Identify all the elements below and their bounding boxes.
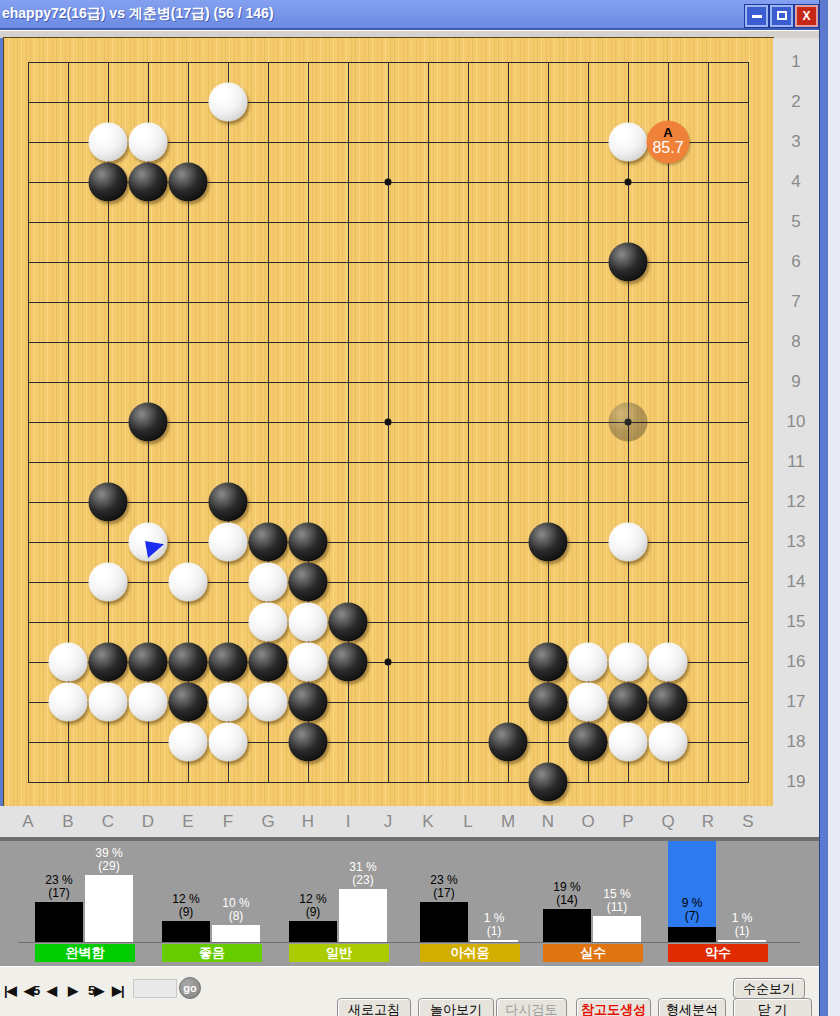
category-label: 악수 [668,944,768,962]
col-label-D: D [142,806,154,837]
col-label-L: L [463,806,472,837]
white-bar-label: 39 % (29) [77,847,141,875]
star-point [385,419,392,426]
white-bar-label: 10 % (8) [204,897,268,925]
black-stone-C12[interactable] [89,483,128,522]
control-bar: |◀◀5◀▶5▶▶| go 수순보기 새로고침놀아보기다시검토참고도생성형세분석… [0,965,819,1016]
black-stone-I16[interactable] [329,643,368,682]
white-bar: 1 % (1) [718,940,766,942]
white-stone-P16[interactable] [609,643,648,682]
black-stone-N13[interactable] [529,523,568,562]
col-label-A: A [22,806,33,837]
white-stone-E14[interactable] [169,563,208,602]
black-bar: 12 % (9) [289,921,337,942]
white-stone-P18[interactable] [609,723,648,762]
black-bar-label: 23 % (17) [412,874,476,902]
white-stone-G15[interactable] [249,603,288,642]
white-stone-H16[interactable] [289,643,328,682]
black-bar: 19 % (14) [543,909,591,942]
grid-line-h [28,462,749,463]
col-label-H: H [302,806,314,837]
row-label-15: 15 [787,612,806,632]
black-stone-E4[interactable] [169,163,208,202]
category-label: 실수 [543,944,643,962]
col-label-O: O [581,806,594,837]
black-stone-G13[interactable] [249,523,288,562]
col-label-Q: Q [661,806,674,837]
title-bar: ehappy72(16급) vs 계춘병(17급) (56 / 146) X [0,0,828,30]
white-bar: 10 % (8) [212,925,260,942]
playback-first-button[interactable]: |◀ [4,983,16,998]
col-label-M: M [501,806,515,837]
category-label: 일반 [289,944,389,962]
row-label-2: 2 [791,92,800,112]
col-label-K: K [422,806,433,837]
row-label-12: 12 [787,492,806,512]
white-stone-P13[interactable] [609,523,648,562]
black-stone-P6[interactable] [609,243,648,282]
move-quality-chart: 23 % (17) 39 % (29)완벽함 12 % (9) 10 % (8)… [0,841,819,965]
grid-line-v [428,62,429,783]
white-stone-C3[interactable] [89,123,128,162]
button-4[interactable]: 형세분석 [658,998,726,1016]
black-stone-N16[interactable] [529,643,568,682]
col-label-E: E [182,806,193,837]
white-stone-C14[interactable] [89,563,128,602]
desktop-background [828,0,840,1016]
button-2[interactable]: 다시검토 [496,998,567,1016]
grid-line-h [28,582,749,583]
white-bar-label: 31 % (23) [331,861,395,889]
col-label-C: C [102,806,114,837]
white-bar: 31 % (23) [339,889,387,942]
black-stone-I15[interactable] [329,603,368,642]
row-label-13: 13 [787,532,806,552]
chart-category-4: 19 % (14) 15 % (11)실수 [543,841,643,965]
white-stone-D3[interactable] [129,123,168,162]
chart-category-0: 23 % (17) 39 % (29)완벽함 [35,841,135,965]
row-label-4: 4 [791,172,800,192]
white-stone-G14[interactable] [249,563,288,602]
black-bar: 23 % (17) [35,902,83,942]
chart-category-3: 23 % (17) 1 % (1)아쉬움 [420,841,520,965]
chart-category-1: 12 % (9) 10 % (8)좋음 [162,841,262,965]
row-label-14: 14 [787,572,806,592]
row-label-18: 18 [787,732,806,752]
white-bar-label: 15 % (11) [585,888,649,916]
grid-line-h [28,622,749,623]
row-coordinates: 12345678910111213141516171819 [773,38,819,806]
white-stone-E18[interactable] [169,723,208,762]
black-bar [668,927,716,942]
row-label-19: 19 [787,772,806,792]
highlight-bar: 9 % (7) [668,841,716,927]
category-label: 아쉬움 [420,944,520,962]
black-stone-C16[interactable] [89,643,128,682]
category-label: 좋음 [162,944,262,962]
col-label-N: N [542,806,554,837]
white-stone-B17[interactable] [49,683,88,722]
white-stone-H15[interactable] [289,603,328,642]
row-label-5: 5 [791,212,800,232]
ghost-stone-P10[interactable] [609,403,648,442]
row-label-9: 9 [791,372,800,392]
black-stone-H13[interactable] [289,523,328,562]
row-label-6: 6 [791,252,800,272]
white-bar: 1 % (1) [470,940,518,942]
close-button[interactable]: X [795,5,818,27]
go-button[interactable]: go [179,977,201,999]
minimize-button[interactable] [745,5,768,27]
suggestion-label: A [647,125,690,140]
col-label-R: R [702,806,714,837]
row-label-11: 11 [787,452,805,472]
white-stone-F17[interactable] [209,683,248,722]
ai-suggestion-marker[interactable]: A 85.7 [647,121,690,164]
chart-category-2: 12 % (9) 31 % (23)일반 [289,841,389,965]
white-bar: 39 % (29) [85,875,133,942]
white-stone-C17[interactable] [89,683,128,722]
window-right-border [819,0,828,1016]
white-stone-Q16[interactable] [649,643,688,682]
category-label: 완벽함 [35,944,135,962]
star-point [385,179,392,186]
grid-line-v [508,62,509,783]
black-stone-E16[interactable] [169,643,208,682]
move-number-input[interactable] [133,979,177,998]
column-coordinates: ABCDEFGHIJKLMNOPQRS [0,806,819,837]
white-stone-G17[interactable] [249,683,288,722]
black-stone-H18[interactable] [289,723,328,762]
black-stone-Q17[interactable] [649,683,688,722]
black-stone-D16[interactable] [129,643,168,682]
row-label-1: 1 [791,52,800,72]
row-label-3: 3 [791,132,800,152]
window-title: ehappy72(16급) vs 계춘병(17급) (56 / 146) [0,5,274,23]
white-stone-O17[interactable] [569,683,608,722]
black-stone-H14[interactable] [289,563,328,602]
white-stone-P3[interactable] [609,123,648,162]
playback-back-5-button[interactable]: ◀5 [24,983,39,998]
black-stone-N17[interactable] [529,683,568,722]
black-stone-D4[interactable] [129,163,168,202]
black-stone-C4[interactable] [89,163,128,202]
black-stone-D10[interactable] [129,403,168,442]
go-board[interactable]: A 85.7 [4,38,773,806]
row-label-7: 7 [791,292,800,312]
col-label-J: J [384,806,393,837]
white-stone-O16[interactable] [569,643,608,682]
button-3[interactable]: 참고도생성 [576,998,651,1016]
black-bar: 12 % (9) [162,921,210,942]
black-stone-H17[interactable] [289,683,328,722]
white-stone-Q18[interactable] [649,723,688,762]
white-stone-B16[interactable] [49,643,88,682]
grid-line-h [28,502,749,503]
white-stone-F13[interactable] [209,523,248,562]
col-label-B: B [62,806,73,837]
chart-category-5: 9 % (7) 1 % (1)악수 [668,841,768,965]
black-bar-label: 12 % (9) [281,893,345,921]
white-bar: 15 % (11) [593,916,641,942]
button-0[interactable]: 새로고침 [337,998,411,1016]
row-label-10: 10 [787,412,806,432]
col-label-G: G [261,806,274,837]
black-stone-F16[interactable] [209,643,248,682]
playback-back-1-button[interactable]: ◀ [47,983,56,998]
row-label-16: 16 [787,652,806,672]
window-frame [0,30,828,38]
grid-line-v [748,62,749,783]
white-stone-F18[interactable] [209,723,248,762]
grid-line-v [468,62,469,783]
col-label-S: S [742,806,753,837]
black-stone-E17[interactable] [169,683,208,722]
black-stone-F12[interactable] [209,483,248,522]
star-point [385,659,392,666]
button-5[interactable]: 닫 기 [733,998,812,1016]
black-bar-label: 23 % (17) [27,874,91,902]
white-bar-label: 1 % (1) [462,912,526,940]
star-point [625,179,632,186]
black-stone-N19[interactable] [529,763,568,802]
grid-line-h [28,782,749,783]
white-stone-F2[interactable] [209,83,248,122]
black-stone-G16[interactable] [249,643,288,682]
row-label-8: 8 [791,332,800,352]
black-bar: 23 % (17) [420,902,468,942]
col-label-F: F [223,806,233,837]
row-label-17: 17 [787,692,806,712]
sequence-view-button[interactable]: 수순보기 [733,978,805,999]
playback-last-button[interactable]: ▶| [112,983,124,998]
playback-forward-5-button[interactable]: 5▶ [88,983,103,998]
white-stone-D17[interactable] [129,683,168,722]
playback-forward-1-button[interactable]: ▶ [68,983,77,998]
black-stone-P17[interactable] [609,683,648,722]
black-stone-M18[interactable] [489,723,528,762]
grid-line-v [708,62,709,783]
maximize-button[interactable] [770,5,793,27]
suggestion-value: 85.7 [647,140,690,156]
white-bar-label: 1 % (1) [710,912,774,940]
col-label-I: I [346,806,351,837]
col-label-P: P [622,806,633,837]
black-stone-O18[interactable] [569,723,608,762]
button-1[interactable]: 놀아보기 [418,998,494,1016]
